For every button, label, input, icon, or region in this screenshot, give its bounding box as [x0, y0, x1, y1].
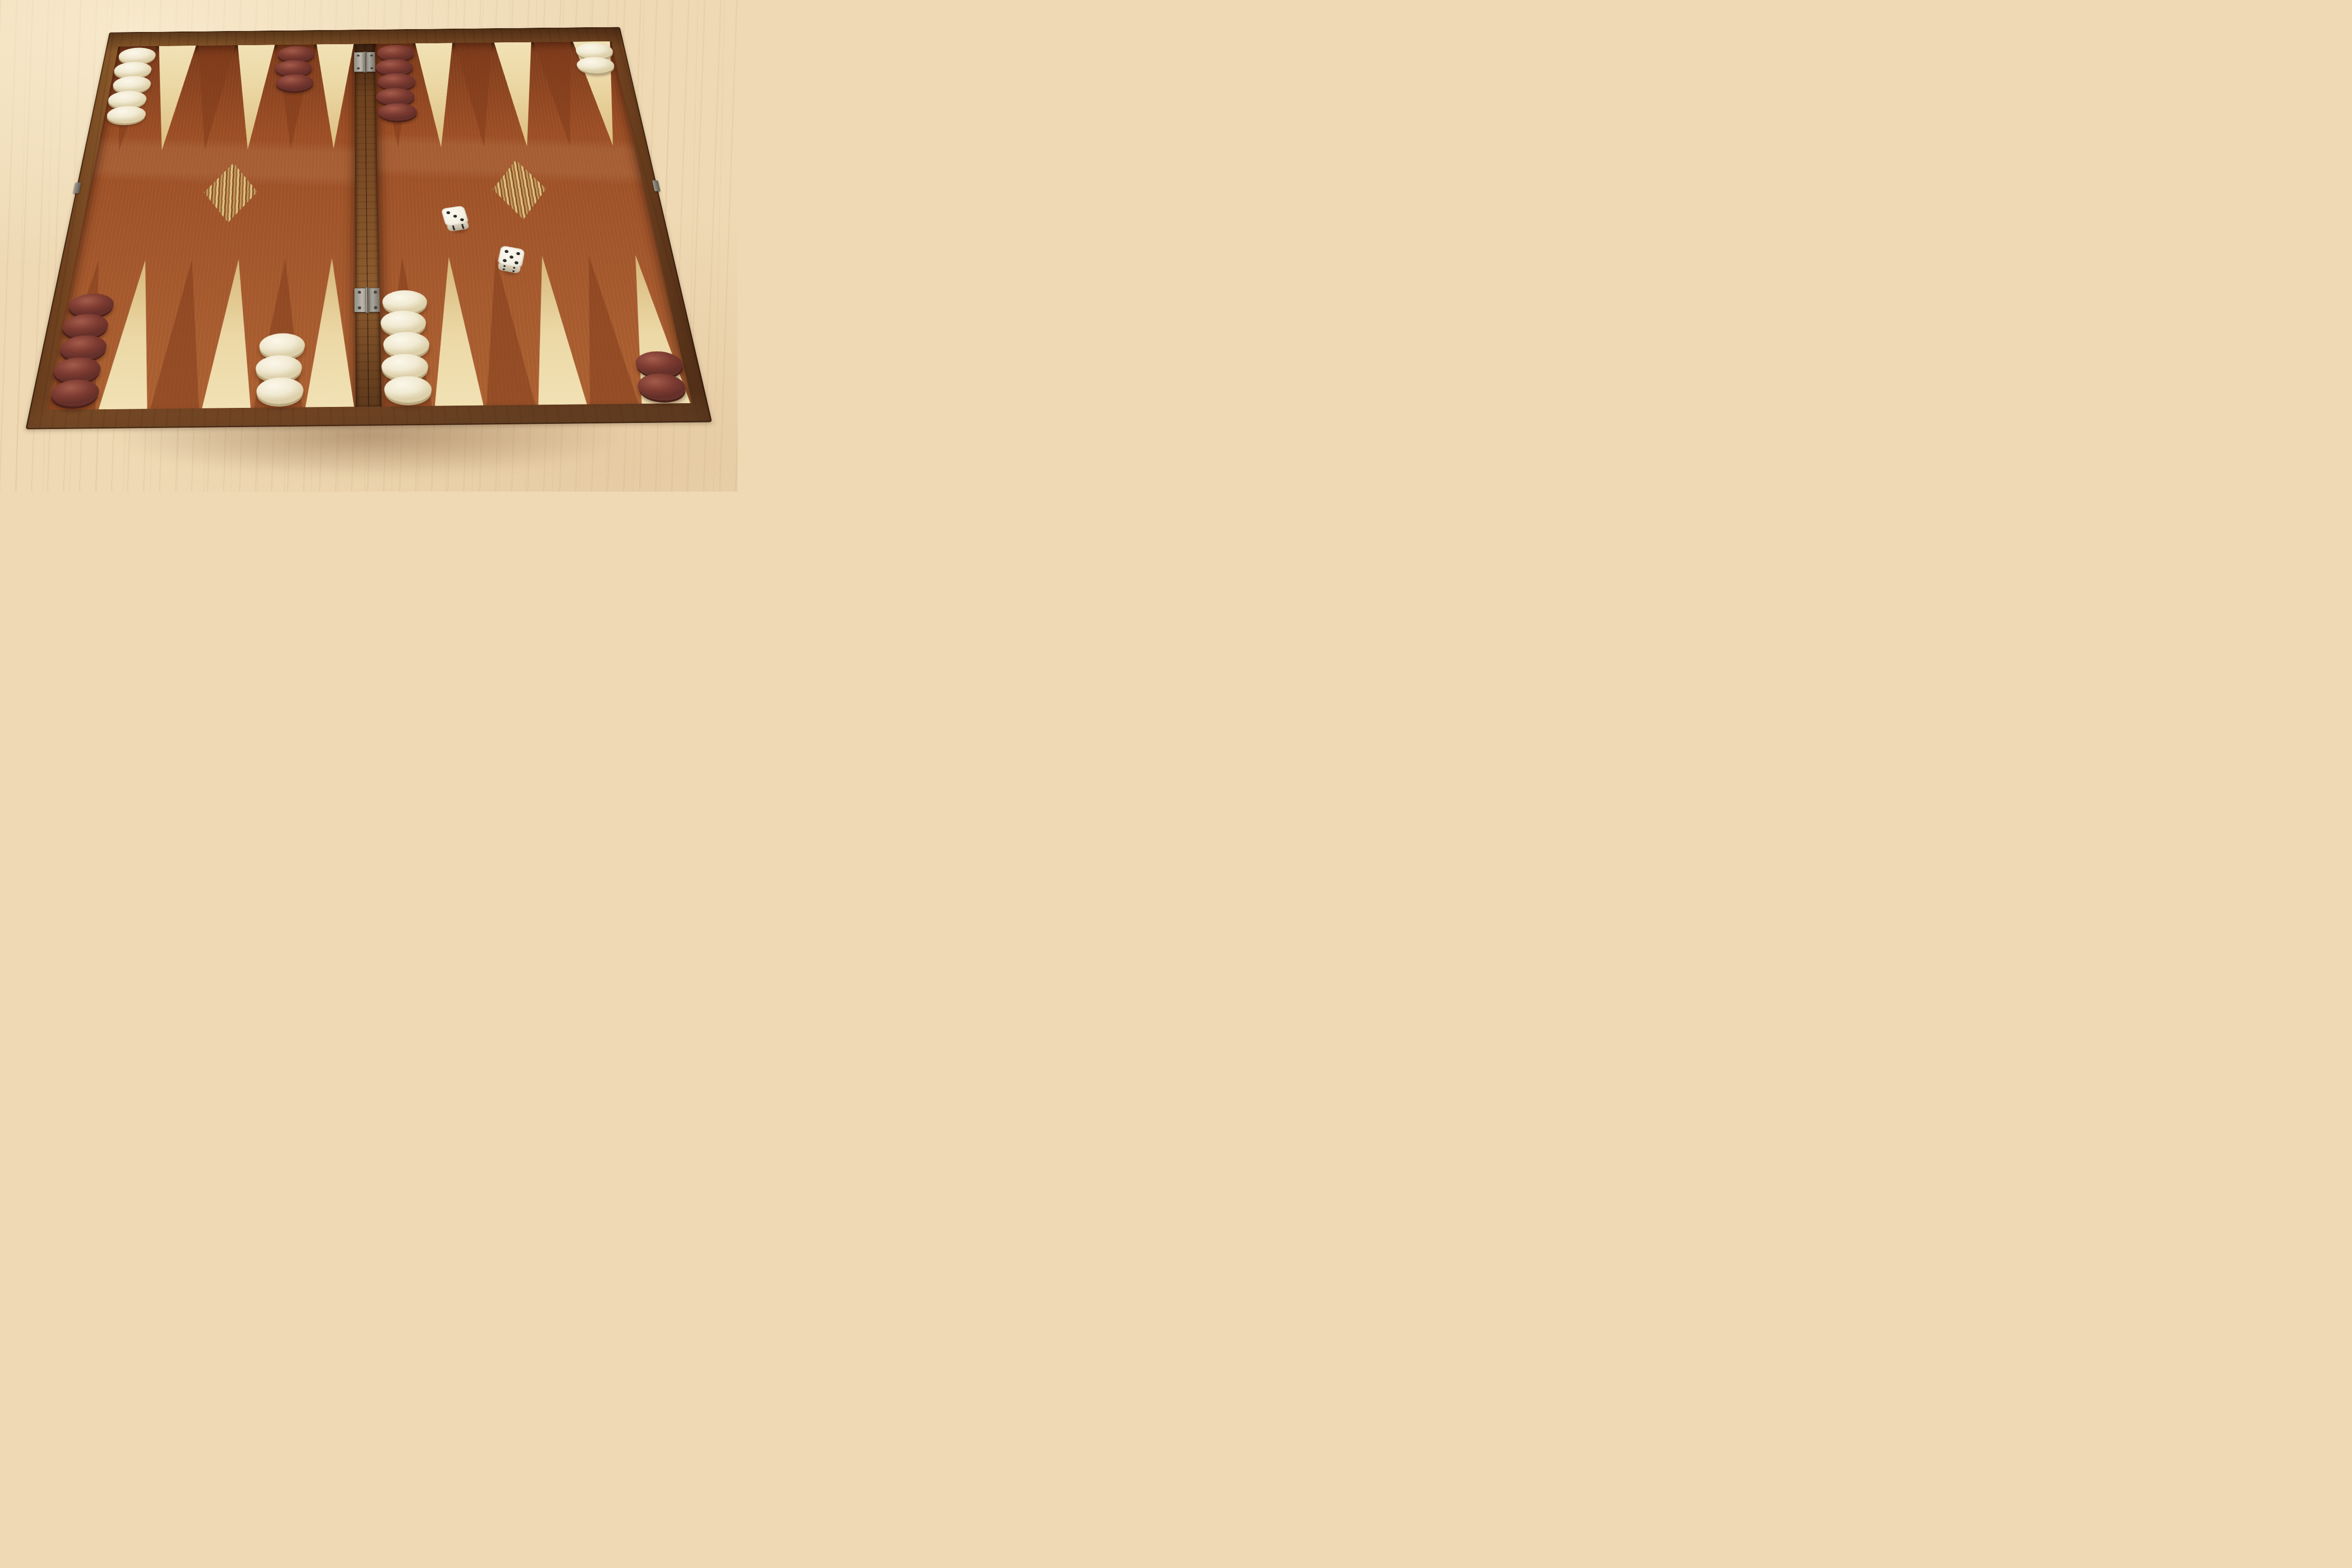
point-18-triangle: [313, 44, 354, 149]
quadrant-bottom-right: [379, 255, 692, 406]
quadrant-top-left: [97, 44, 355, 151]
board-left-half: [45, 44, 356, 410]
brown-checker[interactable]: [636, 374, 688, 400]
ivory-checker[interactable]: [384, 376, 432, 403]
checker-stack-point-1: [631, 351, 690, 400]
left-mid-zone: [75, 149, 355, 261]
checker-stack-point-17: [274, 46, 315, 92]
quadrant-bottom-left: [45, 258, 356, 410]
ivory-checker[interactable]: [383, 332, 430, 357]
quadrant-top-right: [375, 41, 635, 148]
ivory-checker[interactable]: [255, 355, 302, 381]
point-7-triangle: [305, 258, 354, 407]
clasp-right: [652, 180, 660, 191]
brown-checker[interactable]: [58, 335, 109, 360]
checker-stack-point-19: [375, 45, 417, 121]
ivory-checker[interactable]: [105, 106, 147, 124]
right-mid-zone: [377, 145, 659, 257]
board-right-half: [375, 41, 692, 406]
point-18[interactable]: [312, 44, 355, 149]
ivory-checker[interactable]: [255, 377, 304, 404]
backgammon-case: [25, 27, 712, 430]
clasp-left: [73, 183, 81, 193]
ivory-checker[interactable]: [381, 310, 427, 335]
brown-checker[interactable]: [633, 351, 685, 377]
brown-checker[interactable]: [49, 380, 101, 406]
table-surface: [0, 0, 738, 492]
brown-checker[interactable]: [51, 357, 103, 383]
checker-stack-point-24: [573, 43, 618, 73]
ivory-checker[interactable]: [575, 57, 616, 74]
point-7[interactable]: [304, 258, 356, 407]
point-16-triangle: [228, 45, 275, 150]
diamond-inlay-right: [490, 159, 551, 220]
brown-checker[interactable]: [276, 74, 314, 92]
hinge-top: [354, 52, 376, 72]
ivory-checker[interactable]: [381, 354, 429, 380]
point-20-triangle: [415, 43, 461, 148]
brown-checker[interactable]: [67, 293, 116, 317]
brown-checker[interactable]: [378, 103, 417, 121]
hinge-middle: [354, 288, 381, 312]
checker-stack-point-8: [254, 333, 305, 405]
backgammon-board: [25, 27, 712, 430]
checker-stack-point-6: [381, 290, 432, 403]
ivory-checker[interactable]: [258, 333, 305, 358]
point-6[interactable]: [379, 257, 433, 406]
diamond-inlay-left: [200, 163, 259, 223]
ivory-checker[interactable]: [382, 290, 428, 314]
point-19[interactable]: [375, 43, 420, 148]
point-17[interactable]: [269, 44, 315, 149]
point-8[interactable]: [252, 258, 309, 408]
